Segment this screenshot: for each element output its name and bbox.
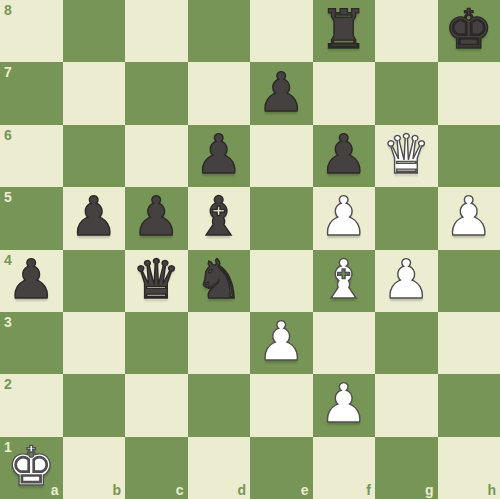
file-label-h: h xyxy=(487,482,496,498)
square-b5[interactable]: ♟ xyxy=(63,187,126,249)
square-d6[interactable]: ♟ xyxy=(188,125,251,187)
file-label-c: c xyxy=(176,482,184,498)
black-pawn-e7[interactable]: ♟ xyxy=(257,66,305,120)
square-g3[interactable] xyxy=(375,312,438,374)
black-rook-f8[interactable]: ♜ xyxy=(320,3,368,57)
square-f2[interactable]: ♟ xyxy=(313,374,376,436)
file-label-f: f xyxy=(366,482,371,498)
square-g1[interactable]: g xyxy=(375,437,438,499)
rank-label-6: 6 xyxy=(4,127,12,143)
square-b7[interactable] xyxy=(63,62,126,124)
black-pawn-d6[interactable]: ♟ xyxy=(195,128,243,182)
square-c6[interactable] xyxy=(125,125,188,187)
square-h4[interactable] xyxy=(438,250,500,312)
square-a3[interactable]: 3 xyxy=(0,312,63,374)
square-b1[interactable]: b xyxy=(63,437,126,499)
square-f7[interactable] xyxy=(313,62,376,124)
square-a2[interactable]: 2 xyxy=(0,374,63,436)
white-queen-g6[interactable]: ♛ xyxy=(382,128,430,182)
white-pawn-f2[interactable]: ♟ xyxy=(320,377,368,431)
file-label-b: b xyxy=(112,482,121,498)
square-g8[interactable] xyxy=(375,0,438,62)
square-h8[interactable]: ♚ xyxy=(438,0,500,62)
black-bishop-d5[interactable]: ♝ xyxy=(195,190,243,244)
white-pawn-h5[interactable]: ♟ xyxy=(445,190,493,244)
square-d8[interactable] xyxy=(188,0,251,62)
square-c2[interactable] xyxy=(125,374,188,436)
square-f8[interactable]: ♜ xyxy=(313,0,376,62)
square-g4[interactable]: ♟ xyxy=(375,250,438,312)
square-e7[interactable]: ♟ xyxy=(250,62,313,124)
square-a7[interactable]: 7 xyxy=(0,62,63,124)
square-a5[interactable]: 5 xyxy=(0,187,63,249)
square-c1[interactable]: c xyxy=(125,437,188,499)
square-c7[interactable] xyxy=(125,62,188,124)
white-king-a1[interactable]: ♚ xyxy=(7,440,55,494)
rank-label-7: 7 xyxy=(4,64,12,80)
square-e5[interactable] xyxy=(250,187,313,249)
square-d1[interactable]: d xyxy=(188,437,251,499)
square-h5[interactable]: ♟ xyxy=(438,187,500,249)
square-b4[interactable] xyxy=(63,250,126,312)
square-e6[interactable] xyxy=(250,125,313,187)
square-h2[interactable] xyxy=(438,374,500,436)
square-f1[interactable]: f xyxy=(313,437,376,499)
black-pawn-a4[interactable]: ♟ xyxy=(7,253,55,307)
chess-board: 8♜♚7♟6♟♟♛5♟♟♝♟♟4♟♛♞♝♟3♟2♟1a♚bcdefgh xyxy=(0,0,500,499)
black-pawn-f6[interactable]: ♟ xyxy=(320,128,368,182)
black-knight-d4[interactable]: ♞ xyxy=(195,253,243,307)
square-d7[interactable] xyxy=(188,62,251,124)
rank-label-2: 2 xyxy=(4,376,12,392)
square-g5[interactable] xyxy=(375,187,438,249)
square-b8[interactable] xyxy=(63,0,126,62)
square-f6[interactable]: ♟ xyxy=(313,125,376,187)
white-pawn-g4[interactable]: ♟ xyxy=(382,253,430,307)
black-queen-c4[interactable]: ♛ xyxy=(132,253,180,307)
black-pawn-c5[interactable]: ♟ xyxy=(132,190,180,244)
square-g6[interactable]: ♛ xyxy=(375,125,438,187)
square-f5[interactable]: ♟ xyxy=(313,187,376,249)
black-pawn-b5[interactable]: ♟ xyxy=(70,190,118,244)
square-f4[interactable]: ♝ xyxy=(313,250,376,312)
square-b2[interactable] xyxy=(63,374,126,436)
rank-label-3: 3 xyxy=(4,314,12,330)
square-a1[interactable]: 1a♚ xyxy=(0,437,63,499)
square-e1[interactable]: e xyxy=(250,437,313,499)
square-c8[interactable] xyxy=(125,0,188,62)
square-g7[interactable] xyxy=(375,62,438,124)
square-d2[interactable] xyxy=(188,374,251,436)
square-h7[interactable] xyxy=(438,62,500,124)
square-a8[interactable]: 8 xyxy=(0,0,63,62)
square-d4[interactable]: ♞ xyxy=(188,250,251,312)
file-label-e: e xyxy=(301,482,309,498)
square-e2[interactable] xyxy=(250,374,313,436)
square-e4[interactable] xyxy=(250,250,313,312)
square-c3[interactable] xyxy=(125,312,188,374)
square-e8[interactable] xyxy=(250,0,313,62)
file-label-d: d xyxy=(237,482,246,498)
square-d3[interactable] xyxy=(188,312,251,374)
square-a4[interactable]: 4♟ xyxy=(0,250,63,312)
square-b6[interactable] xyxy=(63,125,126,187)
square-f3[interactable] xyxy=(313,312,376,374)
square-g2[interactable] xyxy=(375,374,438,436)
white-pawn-f5[interactable]: ♟ xyxy=(320,190,368,244)
square-a6[interactable]: 6 xyxy=(0,125,63,187)
square-c4[interactable]: ♛ xyxy=(125,250,188,312)
square-h1[interactable]: h xyxy=(438,437,500,499)
rank-label-5: 5 xyxy=(4,189,12,205)
square-c5[interactable]: ♟ xyxy=(125,187,188,249)
square-h3[interactable] xyxy=(438,312,500,374)
file-label-g: g xyxy=(425,482,434,498)
white-pawn-e3[interactable]: ♟ xyxy=(257,315,305,369)
square-h6[interactable] xyxy=(438,125,500,187)
rank-label-8: 8 xyxy=(4,2,12,18)
white-bishop-f4[interactable]: ♝ xyxy=(320,253,368,307)
square-d5[interactable]: ♝ xyxy=(188,187,251,249)
square-e3[interactable]: ♟ xyxy=(250,312,313,374)
square-b3[interactable] xyxy=(63,312,126,374)
black-king-h8[interactable]: ♚ xyxy=(445,3,493,57)
